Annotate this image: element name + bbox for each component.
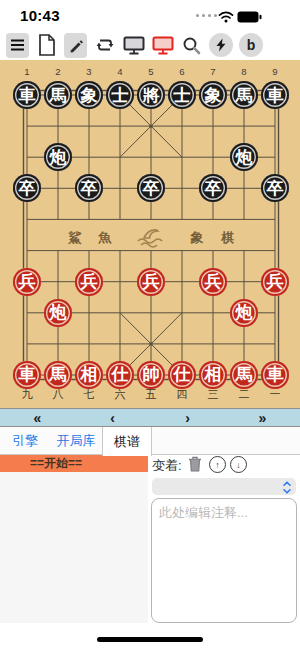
- piece-red-elephant[interactable]: 相: [75, 361, 103, 389]
- file-label-bottom: 五: [143, 387, 159, 402]
- piece-black-horse[interactable]: 馬: [44, 81, 72, 109]
- piece-red-soldier[interactable]: 兵: [199, 268, 227, 296]
- piece-red-chariot[interactable]: 車: [13, 361, 41, 389]
- variation-label: 变着:: [152, 457, 182, 475]
- down-arrow-icon: ↓: [236, 460, 241, 470]
- piece-black-chariot[interactable]: 車: [13, 81, 41, 109]
- piece-red-advisor[interactable]: 仕: [106, 361, 134, 389]
- file-label-top: 9: [269, 66, 281, 77]
- home-indicator: [97, 637, 203, 642]
- select-chevrons-icon: [283, 480, 291, 498]
- file-label-top: 8: [238, 66, 250, 77]
- river-text-right: 象: [188, 229, 206, 247]
- piece-red-cannon[interactable]: 炮: [44, 299, 72, 327]
- piece-black-elephant[interactable]: 象: [199, 81, 227, 109]
- file-label-top: 3: [83, 66, 95, 77]
- wifi-icon: [218, 9, 234, 27]
- piece-red-horse[interactable]: 馬: [44, 361, 72, 389]
- piece-red-soldier[interactable]: 兵: [261, 268, 289, 296]
- app-window: 10:43: [0, 0, 300, 649]
- comment-input[interactable]: [151, 498, 297, 623]
- clock: 10:43: [20, 7, 60, 24]
- tab-1[interactable]: 开局库: [50, 427, 102, 455]
- tab-2[interactable]: 棋谱: [102, 427, 152, 456]
- tab-0[interactable]: 引擎: [0, 427, 50, 455]
- file-label-bottom: 三: [205, 387, 221, 402]
- search-icon[interactable]: [180, 33, 203, 58]
- cellular-signal-icon: [196, 14, 217, 17]
- piece-black-advisor[interactable]: 士: [106, 81, 134, 109]
- move-list-start-item[interactable]: ==开始==: [0, 455, 148, 472]
- move-navigation-bar: «‹›»: [0, 408, 300, 427]
- file-label-top: 1: [21, 66, 33, 77]
- board[interactable]: 123456789九八七六五四三二一鯊魚象棋車馬象士將士象馬車炮炮卒卒卒卒卒兵兵…: [0, 60, 300, 408]
- piece-red-soldier[interactable]: 兵: [13, 268, 41, 296]
- file-label-bottom: 二: [236, 387, 252, 402]
- piece-black-chariot[interactable]: 車: [261, 81, 289, 109]
- file-label-top: 2: [52, 66, 64, 77]
- piece-red-chariot[interactable]: 車: [261, 361, 289, 389]
- file-label-bottom: 六: [112, 387, 128, 402]
- river-text-left: 鯊: [66, 229, 84, 247]
- nav-last-button[interactable]: »: [225, 409, 300, 426]
- variation-up-button[interactable]: ↑: [209, 456, 226, 473]
- shark-logo-icon: [134, 227, 168, 253]
- book-b-icon[interactable]: b: [239, 33, 263, 57]
- replay-icon[interactable]: [93, 33, 116, 58]
- nav-prev-button[interactable]: ‹: [75, 409, 150, 426]
- file-label-bottom: 八: [50, 387, 66, 402]
- river-text-right: 棋: [219, 229, 237, 247]
- engine-bolt-icon[interactable]: [209, 33, 233, 57]
- file-label-top: 6: [176, 66, 188, 77]
- piece-red-elephant[interactable]: 相: [199, 361, 227, 389]
- piece-black-elephant[interactable]: 象: [75, 81, 103, 109]
- new-document-icon[interactable]: [35, 33, 58, 58]
- file-label-bottom: 七: [81, 387, 97, 402]
- piece-red-general[interactable]: 帥: [137, 361, 165, 389]
- piece-red-advisor[interactable]: 仕: [168, 361, 196, 389]
- variation-down-button[interactable]: ↓: [230, 456, 247, 473]
- file-label-bottom: 一: [267, 387, 283, 402]
- river-text-left: 魚: [96, 229, 114, 247]
- battery-icon: [237, 9, 262, 27]
- piece-red-horse[interactable]: 馬: [230, 361, 258, 389]
- nav-next-button[interactable]: ›: [150, 409, 225, 426]
- delete-variation-icon[interactable]: [188, 456, 202, 476]
- nav-first-button[interactable]: «: [0, 409, 75, 426]
- edit-icon[interactable]: [64, 33, 87, 58]
- status-bar: 10:43: [0, 0, 300, 30]
- file-label-top: 7: [207, 66, 219, 77]
- book-b-label: b: [247, 37, 256, 53]
- piece-black-horse[interactable]: 馬: [230, 81, 258, 109]
- piece-black-advisor[interactable]: 士: [168, 81, 196, 109]
- variation-controls: 变着: ↑ ↓: [152, 455, 300, 473]
- piece-black-general[interactable]: 將: [137, 81, 165, 109]
- piece-red-soldier[interactable]: 兵: [75, 268, 103, 296]
- piece-red-soldier[interactable]: 兵: [137, 268, 165, 296]
- file-label-bottom: 九: [19, 387, 35, 402]
- board-view-icon[interactable]: [122, 33, 145, 58]
- board-view-active-icon[interactable]: [151, 33, 174, 58]
- tab-bar: 引擎开局库棋谱: [0, 427, 300, 455]
- variation-select[interactable]: [152, 478, 296, 495]
- file-label-top: 5: [145, 66, 157, 77]
- file-label-top: 4: [114, 66, 126, 77]
- move-list[interactable]: [0, 472, 148, 623]
- piece-red-cannon[interactable]: 炮: [230, 299, 258, 327]
- file-label-bottom: 四: [174, 387, 190, 402]
- up-arrow-icon: ↑: [215, 460, 220, 470]
- menu-icon[interactable]: [6, 33, 29, 58]
- toolbar: b: [0, 30, 300, 60]
